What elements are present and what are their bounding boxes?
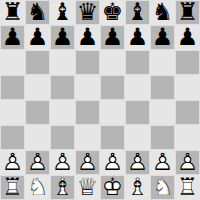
piece-black-pawn[interactable]: ♟ — [125, 25, 150, 50]
pawn-icon: ♟ — [125, 25, 150, 50]
piece-black-bishop[interactable]: ♝ — [125, 0, 150, 25]
square-c5[interactable] — [50, 75, 75, 100]
square-a4[interactable] — [0, 100, 25, 125]
pawn-icon: ♙ — [25, 150, 50, 175]
square-h8[interactable]: ♜ — [175, 0, 200, 25]
piece-white-rook[interactable]: ♜♖ — [0, 175, 25, 200]
square-h2[interactable]: ♟♙ — [175, 150, 200, 175]
bishop-icon: ♝ — [50, 0, 75, 25]
square-e7[interactable]: ♟ — [100, 25, 125, 50]
piece-white-pawn[interactable]: ♟♙ — [150, 150, 175, 175]
square-b1[interactable]: ♞♘ — [25, 175, 50, 200]
piece-white-knight[interactable]: ♞♘ — [150, 175, 175, 200]
piece-white-pawn[interactable]: ♟♙ — [75, 150, 100, 175]
piece-white-pawn[interactable]: ♟♙ — [0, 150, 25, 175]
square-f7[interactable]: ♟ — [125, 25, 150, 50]
square-h4[interactable] — [175, 100, 200, 125]
square-e5[interactable] — [100, 75, 125, 100]
square-d8[interactable]: ♛ — [75, 0, 100, 25]
piece-white-queen[interactable]: ♛♕ — [75, 175, 100, 200]
pawn-icon: ♙ — [175, 150, 200, 175]
square-c1[interactable]: ♝♗ — [50, 175, 75, 200]
square-f3[interactable] — [125, 125, 150, 150]
square-d5[interactable] — [75, 75, 100, 100]
square-c4[interactable] — [50, 100, 75, 125]
piece-black-pawn[interactable]: ♟ — [25, 25, 50, 50]
pawn-icon: ♙ — [125, 150, 150, 175]
pawn-icon: ♟ — [25, 25, 50, 50]
piece-black-knight[interactable]: ♞ — [25, 0, 50, 25]
piece-white-rook[interactable]: ♜♖ — [175, 175, 200, 200]
square-c2[interactable]: ♟♙ — [50, 150, 75, 175]
queen-icon: ♛ — [75, 0, 100, 25]
square-d4[interactable] — [75, 100, 100, 125]
piece-black-king[interactable]: ♚ — [100, 0, 125, 25]
square-g8[interactable]: ♞ — [150, 0, 175, 25]
square-e2[interactable]: ♟♙ — [100, 150, 125, 175]
rook-icon: ♖ — [0, 175, 25, 200]
piece-black-pawn[interactable]: ♟ — [150, 25, 175, 50]
king-icon: ♔ — [100, 175, 125, 200]
square-h6[interactable] — [175, 50, 200, 75]
piece-black-knight[interactable]: ♞ — [150, 0, 175, 25]
square-a7[interactable]: ♟ — [0, 25, 25, 50]
square-h1[interactable]: ♜♖ — [175, 175, 200, 200]
bishop-icon: ♝ — [125, 0, 150, 25]
square-f5[interactable] — [125, 75, 150, 100]
square-c6[interactable] — [50, 50, 75, 75]
pawn-icon: ♟ — [100, 25, 125, 50]
piece-white-pawn[interactable]: ♟♙ — [175, 150, 200, 175]
pawn-icon: ♙ — [150, 150, 175, 175]
square-a5[interactable] — [0, 75, 25, 100]
square-f8[interactable]: ♝ — [125, 0, 150, 25]
square-a6[interactable] — [0, 50, 25, 75]
piece-white-bishop[interactable]: ♝♗ — [50, 175, 75, 200]
knight-icon: ♘ — [150, 175, 175, 200]
square-f1[interactable]: ♝♗ — [125, 175, 150, 200]
pawn-icon: ♙ — [0, 150, 25, 175]
piece-black-rook[interactable]: ♜ — [0, 0, 25, 25]
pawn-icon: ♟ — [0, 25, 25, 50]
piece-white-knight[interactable]: ♞♘ — [25, 175, 50, 200]
piece-white-bishop[interactable]: ♝♗ — [125, 175, 150, 200]
square-e6[interactable] — [100, 50, 125, 75]
square-b8[interactable]: ♞ — [25, 0, 50, 25]
pawn-icon: ♙ — [100, 150, 125, 175]
pawn-icon: ♙ — [75, 150, 100, 175]
pawn-icon: ♟ — [150, 25, 175, 50]
piece-white-pawn[interactable]: ♟♙ — [50, 150, 75, 175]
bishop-icon: ♗ — [50, 175, 75, 200]
square-e8[interactable]: ♚ — [100, 0, 125, 25]
pawn-icon: ♟ — [50, 25, 75, 50]
pawn-icon: ♙ — [50, 150, 75, 175]
square-g5[interactable] — [150, 75, 175, 100]
piece-black-pawn[interactable]: ♟ — [0, 25, 25, 50]
piece-white-pawn[interactable]: ♟♙ — [125, 150, 150, 175]
square-d3[interactable] — [75, 125, 100, 150]
square-f6[interactable] — [125, 50, 150, 75]
square-h5[interactable] — [175, 75, 200, 100]
chess-board: ♜♞♝♛♚♝♞♜♟♟♟♟♟♟♟♟♟♙♟♙♟♙♟♙♟♙♟♙♟♙♟♙♜♖♞♘♝♗♛♕… — [0, 0, 200, 200]
square-g4[interactable] — [150, 100, 175, 125]
square-b5[interactable] — [25, 75, 50, 100]
piece-black-queen[interactable]: ♛ — [75, 0, 100, 25]
square-c8[interactable]: ♝ — [50, 0, 75, 25]
square-b2[interactable]: ♟♙ — [25, 150, 50, 175]
square-b7[interactable]: ♟ — [25, 25, 50, 50]
square-a1[interactable]: ♜♖ — [0, 175, 25, 200]
pawn-icon: ♟ — [175, 25, 200, 50]
square-a8[interactable]: ♜ — [0, 0, 25, 25]
piece-black-pawn[interactable]: ♟ — [100, 25, 125, 50]
square-b3[interactable] — [25, 125, 50, 150]
square-d2[interactable]: ♟♙ — [75, 150, 100, 175]
square-e3[interactable] — [100, 125, 125, 150]
square-h7[interactable]: ♟ — [175, 25, 200, 50]
square-a2[interactable]: ♟♙ — [0, 150, 25, 175]
square-c7[interactable]: ♟ — [50, 25, 75, 50]
piece-black-bishop[interactable]: ♝ — [50, 0, 75, 25]
chess-board-container: ♜♞♝♛♚♝♞♜♟♟♟♟♟♟♟♟♟♙♟♙♟♙♟♙♟♙♟♙♟♙♟♙♜♖♞♘♝♗♛♕… — [0, 0, 200, 200]
square-f4[interactable] — [125, 100, 150, 125]
piece-black-rook[interactable]: ♜ — [175, 0, 200, 25]
piece-white-pawn[interactable]: ♟♙ — [100, 150, 125, 175]
square-e1[interactable]: ♚♔ — [100, 175, 125, 200]
square-b6[interactable] — [25, 50, 50, 75]
piece-white-pawn[interactable]: ♟♙ — [25, 150, 50, 175]
piece-black-pawn[interactable]: ♟ — [175, 25, 200, 50]
square-g1[interactable]: ♞♘ — [150, 175, 175, 200]
rook-icon: ♖ — [175, 175, 200, 200]
piece-black-pawn[interactable]: ♟ — [50, 25, 75, 50]
rook-icon: ♜ — [175, 0, 200, 25]
king-icon: ♚ — [100, 0, 125, 25]
square-c3[interactable] — [50, 125, 75, 150]
bishop-icon: ♗ — [125, 175, 150, 200]
square-e4[interactable] — [100, 100, 125, 125]
knight-icon: ♘ — [25, 175, 50, 200]
square-a3[interactable] — [0, 125, 25, 150]
square-b4[interactable] — [25, 100, 50, 125]
square-d6[interactable] — [75, 50, 100, 75]
piece-black-pawn[interactable]: ♟ — [75, 25, 100, 50]
knight-icon: ♞ — [25, 0, 50, 25]
rook-icon: ♜ — [0, 0, 25, 25]
queen-icon: ♕ — [75, 175, 100, 200]
square-g6[interactable] — [150, 50, 175, 75]
square-g2[interactable]: ♟♙ — [150, 150, 175, 175]
square-d7[interactable]: ♟ — [75, 25, 100, 50]
square-d1[interactable]: ♛♕ — [75, 175, 100, 200]
square-g7[interactable]: ♟ — [150, 25, 175, 50]
square-g3[interactable] — [150, 125, 175, 150]
pawn-icon: ♟ — [75, 25, 100, 50]
square-h3[interactable] — [175, 125, 200, 150]
knight-icon: ♞ — [150, 0, 175, 25]
piece-white-king[interactable]: ♚♔ — [100, 175, 125, 200]
square-f2[interactable]: ♟♙ — [125, 150, 150, 175]
